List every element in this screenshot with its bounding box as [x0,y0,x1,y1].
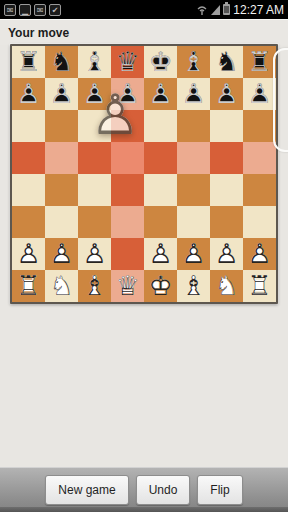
black-knight[interactable]: ♞♘ [212,47,242,77]
white-pawn[interactable]: ♟♙ [80,239,110,269]
square-c7[interactable]: ♟♙ [78,78,111,110]
signal-icon [211,5,220,15]
square-b7[interactable]: ♟♙ [45,78,78,110]
square-h5[interactable] [243,142,276,174]
new-game-button[interactable]: New game [45,475,128,505]
square-e5[interactable] [144,142,177,174]
square-d1[interactable]: ♛♕ [111,270,144,302]
square-h7[interactable]: ♟♙ [243,78,276,110]
white-bishop[interactable]: ♝♗ [80,271,110,301]
notification-icons: ✉ ▁ ✉ ✔ [0,4,196,16]
square-e3[interactable] [144,206,177,238]
square-c3[interactable] [78,206,111,238]
white-pawn[interactable]: ♟♙ [245,239,275,269]
white-knight[interactable]: ♞♘ [47,271,77,301]
square-d4[interactable] [111,174,144,206]
black-pawn[interactable]: ♟♙ [245,79,275,109]
square-h8[interactable]: ♜♖ [243,46,276,78]
square-h2[interactable]: ♟♙ [243,238,276,270]
square-g2[interactable]: ♟♙ [210,238,243,270]
square-d6[interactable] [111,110,144,142]
square-f3[interactable] [177,206,210,238]
square-c4[interactable] [78,174,111,206]
square-e8[interactable]: ♚♔ [144,46,177,78]
white-queen[interactable]: ♛♕ [113,271,143,301]
square-g7[interactable]: ♟♙ [210,78,243,110]
square-e6[interactable] [144,110,177,142]
square-a2[interactable]: ♟♙ [12,238,45,270]
white-pawn[interactable]: ♟♙ [14,239,44,269]
square-d3[interactable] [111,206,144,238]
square-b6[interactable] [45,110,78,142]
black-pawn[interactable]: ♟♙ [80,79,110,109]
square-f4[interactable] [177,174,210,206]
status-bar: ✉ ▁ ✉ ✔ 12:27 AM [0,0,288,19]
square-c2[interactable]: ♟♙ [78,238,111,270]
square-g5[interactable] [210,142,243,174]
square-b8[interactable]: ♞♘ [45,46,78,78]
square-g8[interactable]: ♞♘ [210,46,243,78]
square-d7[interactable]: ♟♙ [111,78,144,110]
clock-text: 12:27 AM [233,3,284,17]
square-f8[interactable]: ♝♗ [177,46,210,78]
black-queen[interactable]: ♛♕ [113,47,143,77]
bottom-toolbar: New game Undo Flip [0,467,288,512]
black-pawn[interactable]: ♟♙ [212,79,242,109]
black-rook[interactable]: ♜♖ [14,47,44,77]
square-g3[interactable] [210,206,243,238]
square-c5[interactable] [78,142,111,174]
undo-button[interactable]: Undo [136,475,191,505]
square-d8[interactable]: ♛♕ [111,46,144,78]
flip-button[interactable]: Flip [197,475,242,505]
square-a5[interactable] [12,142,45,174]
square-e4[interactable] [144,174,177,206]
square-e1[interactable]: ♚♔ [144,270,177,302]
square-f2[interactable]: ♟♙ [177,238,210,270]
black-pawn[interactable]: ♟♙ [113,79,143,109]
square-c6[interactable] [78,110,111,142]
square-h6[interactable] [243,110,276,142]
white-king[interactable]: ♚♔ [146,271,176,301]
title-bar: Your move [0,19,288,45]
square-d5[interactable] [111,142,144,174]
black-knight[interactable]: ♞♘ [47,47,77,77]
system-status-icons: 12:27 AM [196,3,288,17]
sms-icon: ▁ [19,4,31,16]
chess-board[interactable]: ♜♖♞♘♝♗♛♕♚♔♝♗♞♘♜♖♟♙♟♙♟♙♟♙♟♙♟♙♟♙♟♙♟♙♟♙♟♙♟♙… [12,46,276,302]
square-a3[interactable] [12,206,45,238]
square-b1[interactable]: ♞♘ [45,270,78,302]
square-h1[interactable]: ♜♖ [243,270,276,302]
square-h4[interactable] [243,174,276,206]
white-pawn[interactable]: ♟♙ [179,239,209,269]
square-e7[interactable]: ♟♙ [144,78,177,110]
square-a7[interactable]: ♟♙ [12,78,45,110]
square-a4[interactable] [12,174,45,206]
black-pawn[interactable]: ♟♙ [179,79,209,109]
black-rook[interactable]: ♜♖ [245,47,275,77]
square-a1[interactable]: ♜♖ [12,270,45,302]
square-f1[interactable]: ♝♗ [177,270,210,302]
square-f6[interactable] [177,110,210,142]
square-b4[interactable] [45,174,78,206]
square-b5[interactable] [45,142,78,174]
black-pawn[interactable]: ♟♙ [14,79,44,109]
gmail-icon: ✉ [34,4,46,16]
square-a6[interactable] [12,110,45,142]
gmail-icon: ✉ [4,4,16,16]
black-bishop[interactable]: ♝♗ [179,47,209,77]
chess-board-frame: ♜♖♞♘♝♗♛♕♚♔♝♗♞♘♜♖♟♙♟♙♟♙♟♙♟♙♟♙♟♙♟♙♟♙♟♙♟♙♟♙… [10,44,278,304]
square-g1[interactable]: ♞♘ [210,270,243,302]
square-f5[interactable] [177,142,210,174]
black-pawn[interactable]: ♟♙ [47,79,77,109]
white-pawn[interactable]: ♟♙ [212,239,242,269]
black-bishop[interactable]: ♝♗ [80,47,110,77]
edge-panel-handle [273,48,288,152]
square-a8[interactable]: ♜♖ [12,46,45,78]
square-g6[interactable] [210,110,243,142]
black-king[interactable]: ♚♔ [146,47,176,77]
white-pawn[interactable]: ♟♙ [47,239,77,269]
square-c1[interactable]: ♝♗ [78,270,111,302]
white-rook[interactable]: ♜♖ [14,271,44,301]
app-screen: ✉ ▁ ✉ ✔ 12:27 AM Your move ♜♖♞♘♝♗♛♕♚♔♝♗♞… [0,0,288,512]
square-f7[interactable]: ♟♙ [177,78,210,110]
black-pawn[interactable]: ♟♙ [146,79,176,109]
tasks-icon: ✔ [49,4,61,16]
white-bishop[interactable]: ♝♗ [179,271,209,301]
white-knight[interactable]: ♞♘ [212,271,242,301]
square-e2[interactable]: ♟♙ [144,238,177,270]
square-b2[interactable]: ♟♙ [45,238,78,270]
battery-icon [223,4,230,15]
square-c8[interactable]: ♝♗ [78,46,111,78]
square-h3[interactable] [243,206,276,238]
square-b3[interactable] [45,206,78,238]
white-rook[interactable]: ♜♖ [245,271,275,301]
white-pawn[interactable]: ♟♙ [146,239,176,269]
turn-status-text: Your move [0,26,69,40]
wifi-icon [196,4,208,16]
square-d2[interactable] [111,238,144,270]
square-g4[interactable] [210,174,243,206]
